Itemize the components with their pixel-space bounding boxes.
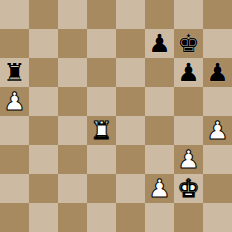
square-e1[interactable]: [116, 203, 145, 232]
square-f1[interactable]: [145, 203, 174, 232]
square-c3[interactable]: [58, 145, 87, 174]
square-e3[interactable]: [116, 145, 145, 174]
square-a8[interactable]: [0, 0, 29, 29]
square-b8[interactable]: [29, 0, 58, 29]
square-d5[interactable]: [87, 87, 116, 116]
piece-white-pawn-h4[interactable]: ♟: [206, 116, 228, 145]
square-a4[interactable]: [0, 116, 29, 145]
square-h4[interactable]: ♟: [203, 116, 232, 145]
square-e4[interactable]: [116, 116, 145, 145]
square-e5[interactable]: [116, 87, 145, 116]
square-b6[interactable]: [29, 58, 58, 87]
square-a3[interactable]: [0, 145, 29, 174]
square-a6[interactable]: ♜: [0, 58, 29, 87]
square-g1[interactable]: [174, 203, 203, 232]
square-f8[interactable]: [145, 0, 174, 29]
piece-white-rook-d4[interactable]: ♜: [90, 116, 112, 145]
piece-white-pawn-g3[interactable]: ♟: [177, 145, 199, 174]
square-g8[interactable]: [174, 0, 203, 29]
square-d2[interactable]: [87, 174, 116, 203]
square-g4[interactable]: [174, 116, 203, 145]
square-a5[interactable]: ♟: [0, 87, 29, 116]
piece-white-pawn-a5[interactable]: ♟: [3, 87, 25, 116]
square-c1[interactable]: [58, 203, 87, 232]
square-c2[interactable]: [58, 174, 87, 203]
square-d6[interactable]: [87, 58, 116, 87]
square-f4[interactable]: [145, 116, 174, 145]
square-f6[interactable]: [145, 58, 174, 87]
piece-black-king-g7[interactable]: ♚: [177, 29, 199, 58]
square-a7[interactable]: [0, 29, 29, 58]
square-f2[interactable]: ♟: [145, 174, 174, 203]
square-h6[interactable]: ♟: [203, 58, 232, 87]
square-h1[interactable]: [203, 203, 232, 232]
square-f3[interactable]: [145, 145, 174, 174]
square-c4[interactable]: [58, 116, 87, 145]
square-d4[interactable]: ♜: [87, 116, 116, 145]
square-f5[interactable]: [145, 87, 174, 116]
square-d1[interactable]: [87, 203, 116, 232]
square-e2[interactable]: [116, 174, 145, 203]
square-b2[interactable]: [29, 174, 58, 203]
piece-black-pawn-h6[interactable]: ♟: [206, 58, 228, 87]
square-h7[interactable]: [203, 29, 232, 58]
square-h8[interactable]: [203, 0, 232, 29]
square-c5[interactable]: [58, 87, 87, 116]
square-e8[interactable]: [116, 0, 145, 29]
chess-board: ♟♚♜♟♟♟♜♟♟♟♚: [0, 0, 232, 232]
square-d7[interactable]: [87, 29, 116, 58]
square-g3[interactable]: ♟: [174, 145, 203, 174]
square-d8[interactable]: [87, 0, 116, 29]
square-g5[interactable]: [174, 87, 203, 116]
square-b5[interactable]: [29, 87, 58, 116]
square-h3[interactable]: [203, 145, 232, 174]
square-h2[interactable]: [203, 174, 232, 203]
square-c6[interactable]: [58, 58, 87, 87]
piece-black-pawn-g6[interactable]: ♟: [177, 58, 199, 87]
piece-black-pawn-f7[interactable]: ♟: [148, 29, 170, 58]
square-h5[interactable]: [203, 87, 232, 116]
square-g6[interactable]: ♟: [174, 58, 203, 87]
square-b7[interactable]: [29, 29, 58, 58]
square-b3[interactable]: [29, 145, 58, 174]
square-e7[interactable]: [116, 29, 145, 58]
square-b1[interactable]: [29, 203, 58, 232]
square-c8[interactable]: [58, 0, 87, 29]
square-a2[interactable]: [0, 174, 29, 203]
square-g7[interactable]: ♚: [174, 29, 203, 58]
piece-black-rook-a6[interactable]: ♜: [3, 58, 25, 87]
square-d3[interactable]: [87, 145, 116, 174]
square-b4[interactable]: [29, 116, 58, 145]
piece-white-pawn-f2[interactable]: ♟: [148, 174, 170, 203]
square-a1[interactable]: [0, 203, 29, 232]
square-f7[interactable]: ♟: [145, 29, 174, 58]
piece-white-king-g2[interactable]: ♚: [177, 174, 199, 203]
square-e6[interactable]: [116, 58, 145, 87]
square-c7[interactable]: [58, 29, 87, 58]
square-g2[interactable]: ♚: [174, 174, 203, 203]
